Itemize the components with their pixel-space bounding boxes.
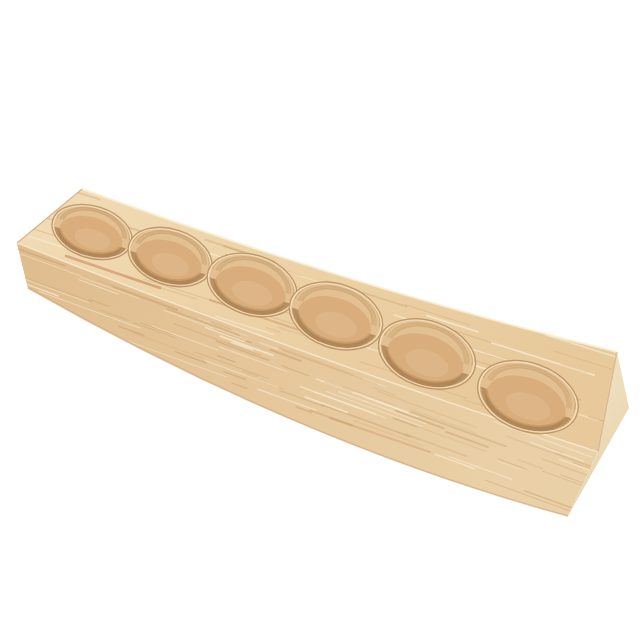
product-photo [0,0,640,640]
board-photo-canvas [0,0,640,640]
